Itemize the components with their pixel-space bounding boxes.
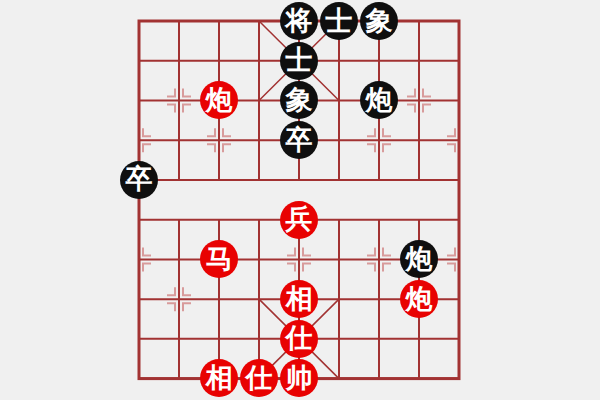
piece-black-pawn[interactable]: 卒 [280,121,318,159]
piece-red-pawn[interactable]: 兵 [280,201,318,239]
xiangqi-board[interactable]: 将士象士炮象炮卒卒兵马炮相炮仕相仕帅 [139,21,459,379]
piece-black-pawn[interactable]: 卒 [120,161,158,199]
piece-red-horse[interactable]: 马 [200,240,238,278]
piece-black-general[interactable]: 将 [280,2,318,40]
piece-black-elephant[interactable]: 象 [360,2,398,40]
pieces-layer: 将士象士炮象炮卒卒兵马炮相炮仕相仕帅 [119,1,479,398]
piece-black-elephant[interactable]: 象 [280,81,318,119]
piece-red-elephant[interactable]: 相 [280,280,318,318]
piece-black-cannon[interactable]: 炮 [400,240,438,278]
piece-black-advisor[interactable]: 士 [280,42,318,80]
piece-red-advisor[interactable]: 仕 [240,359,278,397]
screenshot-stage: 将士象士炮象炮卒卒兵马炮相炮仕相仕帅 [0,0,600,400]
piece-red-elephant[interactable]: 相 [200,359,238,397]
piece-red-cannon[interactable]: 炮 [400,280,438,318]
piece-black-advisor[interactable]: 士 [320,2,358,40]
piece-red-advisor[interactable]: 仕 [280,320,318,358]
piece-red-cannon[interactable]: 炮 [200,81,238,119]
piece-red-general[interactable]: 帅 [280,359,318,397]
piece-black-cannon[interactable]: 炮 [360,81,398,119]
